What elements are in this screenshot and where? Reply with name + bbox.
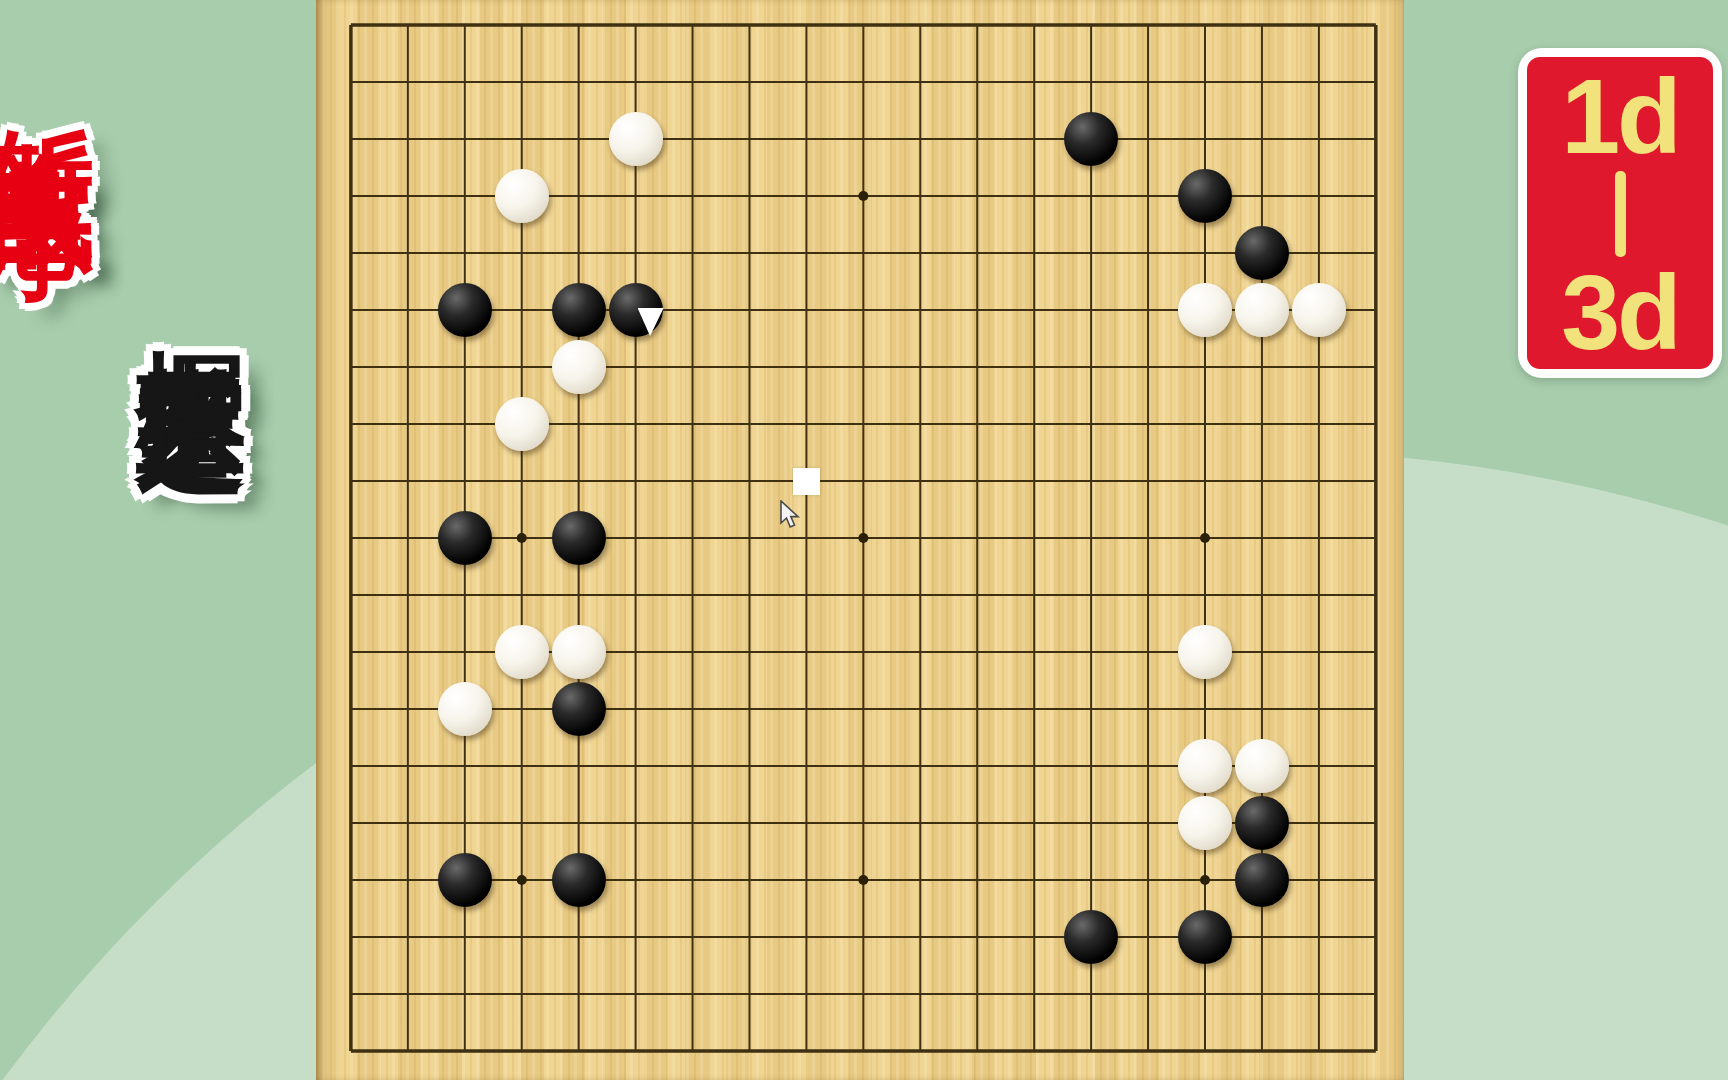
rank-separator-bar [1615,171,1626,257]
stone-black [1064,112,1118,166]
stone-black [438,511,492,565]
stone-black [552,283,606,337]
rank-top-label: 1d [1561,63,1679,169]
stone-white [1292,283,1346,337]
stone-black [552,853,606,907]
stone-white [1178,283,1232,337]
banner-black-title: 探索棋之正道 [134,262,251,310]
stone-black [438,853,492,907]
rank-badge: 1d 3d [1518,48,1722,378]
stone-black [552,511,606,565]
stone-white [1178,739,1232,793]
stone-black [1235,226,1289,280]
rank-badge-panel: 1d 3d [1527,57,1713,369]
stone-white [495,169,549,223]
stone-black [1064,910,1118,964]
go-board[interactable] [316,0,1404,1080]
stone-white [1178,796,1232,850]
stone-white [1178,625,1232,679]
mouse-cursor-icon [780,500,806,532]
move-preview-square-marker[interactable] [793,468,820,495]
stone-white [609,112,663,166]
banner-red-title: 斩断实战恶手 [0,46,98,130]
stone-white [552,340,606,394]
stone-white [495,397,549,451]
stone-black [552,682,606,736]
stone-white [552,625,606,679]
rank-bottom-label: 3d [1561,259,1679,365]
stone-white [438,682,492,736]
stone-black [1235,853,1289,907]
stone-white [1235,739,1289,793]
stone-black [1178,169,1232,223]
stone-black [438,283,492,337]
stone-black [1235,796,1289,850]
stone-black [1178,910,1232,964]
stone-white [495,625,549,679]
stone-white [1235,283,1289,337]
